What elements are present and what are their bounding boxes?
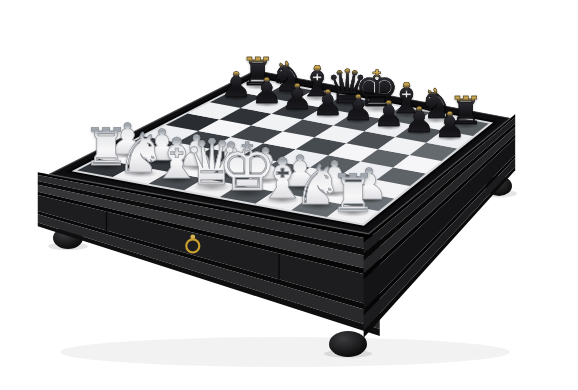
piece-black-p-d7[interactable]: ♟ xyxy=(312,85,344,120)
piece-black-p-g7[interactable]: ♟ xyxy=(404,102,436,137)
bun-foot xyxy=(329,331,367,357)
piece-white-r-h1[interactable]: ♜ xyxy=(330,168,376,220)
piece-black-p-h7[interactable]: ♟ xyxy=(434,108,466,143)
piece-black-p-a7[interactable]: ♟ xyxy=(221,68,253,103)
piece-black-p-c7[interactable]: ♟ xyxy=(282,79,314,114)
piece-black-p-f7[interactable]: ♟ xyxy=(373,96,405,131)
table-shadow xyxy=(60,337,510,367)
piece-black-p-b7[interactable]: ♟ xyxy=(251,73,283,108)
piece-black-p-e7[interactable]: ♟ xyxy=(343,91,375,126)
chess-set-scene: ♜♞♝♛♚♝♞♜♟♟♟♟♟♟♟♟♟♟♟♟♟♟♟♟♜♞♝♛♚♝♞♜ xyxy=(0,0,578,390)
